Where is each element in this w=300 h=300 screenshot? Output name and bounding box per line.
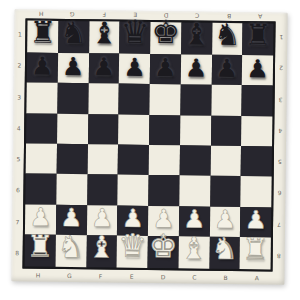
rank-label: 8 [272, 240, 284, 271]
chess-piece-white-queen: ♛ [118, 230, 147, 262]
rank-label: 6 [12, 175, 23, 206]
board-square[interactable]: ♜ [25, 234, 56, 266]
board-square[interactable] [211, 115, 242, 146]
board-square[interactable] [241, 146, 272, 177]
board-square[interactable] [242, 85, 273, 116]
board-square[interactable]: ♝ [89, 21, 120, 53]
board-square[interactable] [179, 145, 210, 176]
chess-piece-white-pawn: ♟ [29, 205, 52, 230]
chess-piece-black-pawn: ♟ [185, 55, 208, 80]
board-square[interactable]: ♛ [119, 22, 150, 54]
board-square[interactable] [118, 114, 149, 145]
board-square[interactable] [25, 174, 56, 205]
chess-piece-white-knight: ♞ [57, 232, 84, 262]
board-square[interactable] [241, 116, 272, 147]
chess-piece-white-pawn: ♟ [183, 207, 206, 232]
board-square[interactable] [180, 115, 211, 146]
board-square[interactable] [57, 114, 88, 145]
chess-piece-black-knight: ♞ [60, 18, 87, 48]
board-square[interactable] [56, 144, 87, 175]
file-label: C [179, 272, 210, 281]
board-square[interactable] [149, 145, 180, 176]
chess-piece-black-queen: ♛ [120, 16, 149, 48]
rank-label: 5 [274, 147, 286, 178]
board-square[interactable] [88, 114, 119, 145]
board-square[interactable]: ♝ [86, 235, 117, 267]
board-square[interactable] [26, 143, 57, 174]
board-square[interactable]: ♚ [150, 22, 181, 54]
board-square[interactable] [210, 146, 241, 177]
rank-label: 1 [14, 18, 25, 49]
rank-label: 5 [13, 143, 24, 174]
chess-piece-black-pawn: ♟ [92, 54, 115, 79]
chess-piece-black-pawn: ♟ [154, 55, 177, 80]
board-square[interactable]: ♞ [212, 23, 243, 55]
rank-label: 8 [12, 237, 23, 268]
board-square[interactable]: ♟ [181, 54, 212, 85]
file-label: F [85, 271, 116, 280]
rank-label: 6 [273, 178, 285, 209]
board-square[interactable] [119, 84, 150, 115]
board-square[interactable]: ♛ [117, 236, 148, 268]
chess-piece-black-bishop: ♝ [183, 19, 210, 49]
board-square[interactable]: ♟ [242, 55, 273, 86]
board-square[interactable] [179, 176, 210, 207]
board-square[interactable]: ♜ [240, 237, 271, 269]
board-square[interactable]: ♝ [178, 236, 209, 268]
rank-label: 1 [275, 22, 287, 53]
board-square[interactable]: ♟ [150, 54, 181, 85]
board-square[interactable] [56, 174, 87, 205]
board-square[interactable] [118, 145, 149, 176]
chess-piece-black-pawn: ♟ [246, 56, 269, 81]
chess-piece-black-pawn: ♟ [215, 55, 238, 80]
board-square[interactable]: ♝ [181, 22, 212, 54]
board-frame: ♜♞♝♛♚♝♞♜♟♟♟♟♟♟♟♟♟♟♟♟♟♟♟♟♜♞♝♛♚♝♞♜ [23, 18, 276, 271]
chess-piece-white-pawn: ♟ [91, 206, 114, 231]
rank-label: 4 [274, 115, 286, 146]
chess-piece-white-bishop: ♝ [180, 233, 207, 263]
file-label: B [210, 273, 241, 282]
chess-piece-black-bishop: ♝ [91, 18, 118, 48]
board-square[interactable] [26, 113, 57, 144]
board-square[interactable]: ♟ [119, 54, 150, 85]
board-square[interactable] [57, 83, 88, 114]
chess-piece-white-pawn: ♟ [244, 207, 267, 232]
file-label: G [54, 271, 85, 280]
chess-piece-black-king: ♚ [151, 16, 180, 48]
board-square[interactable]: ♟ [211, 55, 242, 86]
chess-piece-black-pawn: ♟ [31, 53, 54, 78]
board-square[interactable] [241, 176, 272, 207]
chess-piece-black-knight: ♞ [214, 20, 241, 50]
board-square[interactable]: ♞ [55, 235, 86, 267]
chess-piece-white-pawn: ♟ [60, 205, 83, 230]
chess-piece-white-pawn: ♟ [214, 207, 237, 232]
board-square[interactable] [180, 85, 211, 116]
board-square[interactable] [149, 84, 180, 115]
board-square[interactable]: ♟ [88, 53, 119, 84]
board-square[interactable] [210, 176, 241, 207]
rank-label: 2 [14, 50, 25, 81]
board-grid: ♜♞♝♛♚♝♞♜♟♟♟♟♟♟♟♟♟♟♟♟♟♟♟♟♜♞♝♛♚♝♞♜ [25, 21, 274, 270]
rank-label: 3 [13, 81, 24, 112]
chess-piece-black-rook: ♜ [29, 18, 56, 48]
file-label: H [22, 270, 53, 279]
chess-piece-white-king: ♚ [149, 230, 178, 262]
board-square[interactable]: ♞ [209, 237, 240, 269]
board-square[interactable]: ♜ [27, 21, 58, 53]
rank-label: 2 [275, 53, 287, 84]
board-square[interactable] [88, 84, 119, 115]
board-square[interactable] [87, 144, 118, 175]
chess-piece-black-pawn: ♟ [123, 54, 146, 79]
board-square[interactable]: ♟ [58, 53, 89, 84]
board-square[interactable] [26, 83, 57, 114]
chess-board-mat: HGFEDCBA HGFEDCBA 12345678 12345678 ♜♞♝♛… [11, 9, 287, 284]
file-label: E [116, 272, 147, 281]
board-square[interactable] [87, 175, 118, 206]
chess-piece-black-rook: ♜ [244, 20, 271, 50]
rank-label: 7 [273, 209, 285, 240]
board-square[interactable] [118, 175, 149, 206]
board-square[interactable] [211, 85, 242, 116]
chess-piece-white-bishop: ♝ [88, 232, 115, 262]
board-square[interactable] [149, 115, 180, 146]
board-square[interactable] [148, 175, 179, 206]
file-label: D [147, 272, 178, 281]
rank-label: 3 [274, 84, 286, 115]
board-square[interactable]: ♚ [148, 236, 179, 268]
board-square[interactable]: ♞ [58, 21, 89, 53]
board-square[interactable]: ♟ [27, 52, 58, 83]
chess-piece-white-rook: ♜ [242, 234, 269, 264]
file-label: A [241, 273, 272, 282]
rank-label: 7 [12, 206, 23, 237]
chess-piece-black-pawn: ♟ [62, 54, 85, 79]
chess-piece-white-rook: ♜ [27, 232, 54, 262]
rank-label: 4 [13, 112, 24, 143]
chess-piece-white-knight: ♞ [211, 234, 238, 264]
board-square[interactable]: ♜ [242, 23, 273, 55]
